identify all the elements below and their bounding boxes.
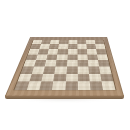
square-e3 xyxy=(66,67,77,74)
square-f1 xyxy=(77,81,90,90)
square-f3 xyxy=(77,67,88,74)
square-d3 xyxy=(55,67,67,74)
square-h3 xyxy=(99,67,112,74)
chessboard-frame xyxy=(5,37,124,96)
square-f2 xyxy=(77,74,89,82)
square-h1 xyxy=(101,81,115,90)
square-e2 xyxy=(66,74,78,82)
product-photo-stage xyxy=(0,0,130,130)
chess-board xyxy=(14,40,115,90)
square-h2 xyxy=(100,74,113,82)
playfield xyxy=(13,40,116,91)
square-d1 xyxy=(52,81,65,90)
square-d2 xyxy=(54,74,67,82)
square-e1 xyxy=(65,81,78,90)
perspective-wrapper xyxy=(0,0,130,130)
